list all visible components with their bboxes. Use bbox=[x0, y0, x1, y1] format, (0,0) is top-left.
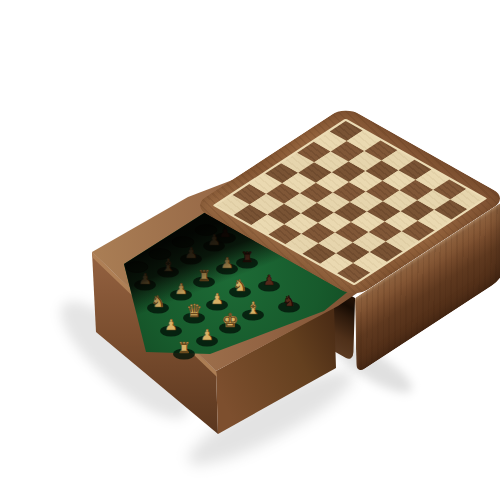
storage-drawer: ♟♟♟♜♟♝♜♟♟♞♟♟♞♞♝♛♚♟♟♜ bbox=[40, 16, 500, 500]
product-photo-scene: Product photo on a white background: a s… bbox=[40, 16, 500, 500]
